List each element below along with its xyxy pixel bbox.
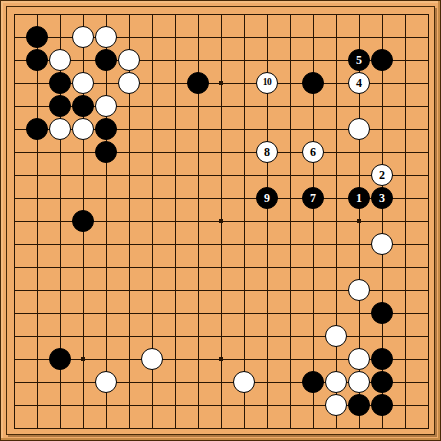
black-stone (72, 95, 94, 117)
white-stone (371, 233, 393, 255)
move-7-black-stone: 7 (302, 187, 324, 209)
move-number-label: 6 (310, 146, 316, 158)
white-stone (72, 118, 94, 140)
move-6-white-stone: 6 (302, 141, 324, 163)
move-4-white-stone: 4 (348, 72, 370, 94)
move-number-label: 1 (356, 192, 362, 204)
black-stone (26, 26, 48, 48)
white-stone (95, 371, 117, 393)
black-stone (72, 210, 94, 232)
white-stone (118, 49, 140, 71)
move-5-black-stone: 5 (348, 49, 370, 71)
move-number-label: 9 (264, 192, 270, 204)
black-stone (49, 72, 71, 94)
white-stone (95, 95, 117, 117)
black-stone (26, 49, 48, 71)
white-stone (49, 118, 71, 140)
move-2-white-stone: 2 (371, 164, 393, 186)
black-stone (26, 118, 48, 140)
white-stone (348, 118, 370, 140)
white-stone (325, 371, 347, 393)
move-9-black-stone: 9 (256, 187, 278, 209)
white-stone (348, 348, 370, 370)
move-8-white-stone: 8 (256, 141, 278, 163)
star-point (357, 219, 361, 223)
star-point (219, 81, 223, 85)
star-point (219, 219, 223, 223)
white-stone (325, 325, 347, 347)
move-3-black-stone: 3 (371, 187, 393, 209)
black-stone (49, 95, 71, 117)
move-number-label: 3 (379, 192, 385, 204)
black-stone (371, 348, 393, 370)
white-stone (49, 49, 71, 71)
move-number-label: 4 (356, 77, 362, 89)
black-stone (302, 72, 324, 94)
go-diagram: 51048629713 (0, 0, 441, 441)
black-stone (95, 141, 117, 163)
white-stone (72, 72, 94, 94)
white-stone (95, 26, 117, 48)
black-stone (371, 49, 393, 71)
white-stone (233, 371, 255, 393)
black-stone (95, 49, 117, 71)
black-stone (95, 118, 117, 140)
move-10-white-stone: 10 (256, 72, 278, 94)
move-number-label: 2 (379, 169, 385, 181)
white-stone (141, 348, 163, 370)
black-stone (187, 72, 209, 94)
white-stone (348, 371, 370, 393)
white-stone (348, 279, 370, 301)
white-stone (72, 26, 94, 48)
black-stone (348, 394, 370, 416)
move-number-label: 8 (264, 146, 270, 158)
move-1-black-stone: 1 (348, 187, 370, 209)
move-number-label: 7 (310, 192, 316, 204)
move-number-label: 10 (263, 78, 272, 88)
white-stone (325, 394, 347, 416)
black-stone (302, 371, 324, 393)
star-point (81, 357, 85, 361)
black-stone (371, 394, 393, 416)
white-stone (118, 72, 140, 94)
move-number-label: 5 (356, 54, 362, 66)
star-point (219, 357, 223, 361)
black-stone (371, 371, 393, 393)
black-stone (371, 302, 393, 324)
go-board: 51048629713 (0, 0, 441, 441)
black-stone (49, 348, 71, 370)
